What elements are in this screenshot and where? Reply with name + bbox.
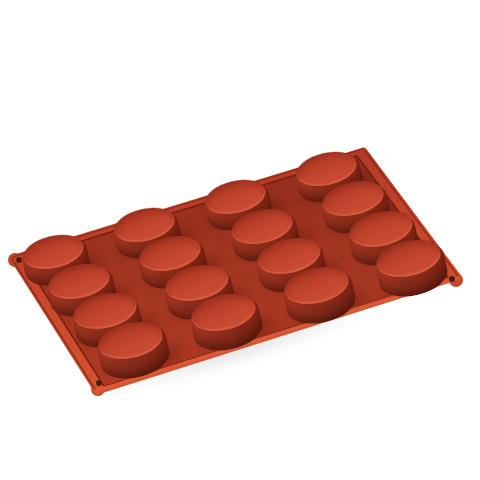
- product-photo: [0, 0, 480, 480]
- cavity-grid: [0, 0, 480, 480]
